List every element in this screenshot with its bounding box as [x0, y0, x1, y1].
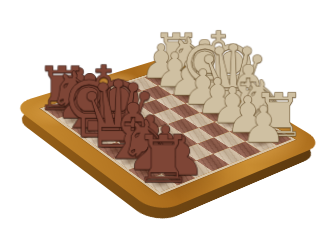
square-a8[interactable]: ♜ — [144, 174, 178, 192]
board-frame: ♜♟♟♜♞♟♟♞♝♟♟♝♚♟♟♚♛♟♟♛♝♟♟♝♞♟♟♞♜♟♟♜ — [11, 54, 320, 214]
board-grid: ♜♟♟♜♞♟♟♞♝♟♟♝♚♟♟♚♛♟♟♛♝♟♟♝♞♟♟♞♜♟♟♜ — [44, 68, 291, 193]
scene: ♜♟♟♜♞♟♟♞♝♟♟♝♚♟♟♚♛♟♟♛♝♟♟♝♞♟♟♞♜♟♟♜ — [0, 0, 320, 240]
piece-black-rook[interactable]: ♜ — [86, 133, 242, 186]
chess-board: ♜♟♟♜♞♟♟♞♝♟♟♝♚♟♟♚♛♟♟♛♝♟♟♝♞♟♟♞♜♟♟♜ — [11, 54, 320, 214]
